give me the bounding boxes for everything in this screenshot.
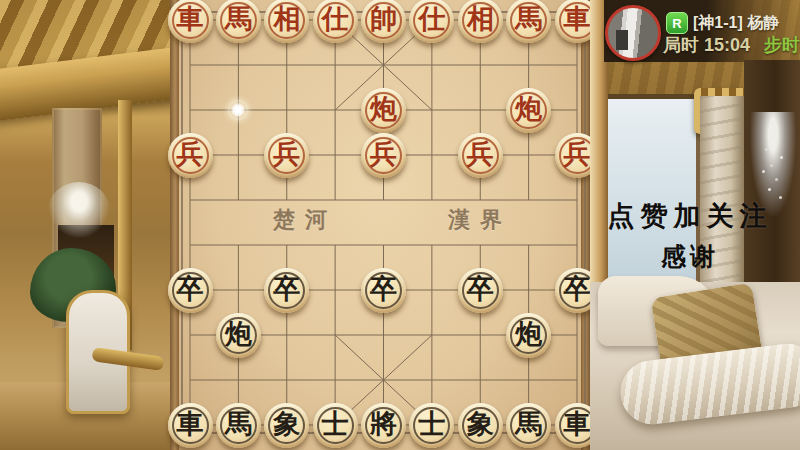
xiangqi-piece-red[interactable]: 相 <box>458 0 503 43</box>
piece-character: 卒 <box>370 276 397 303</box>
chandelier-crystals <box>770 126 773 129</box>
xiangqi-piece-red[interactable]: 兵 <box>361 133 406 178</box>
xiangqi-piece-black[interactable]: 卒 <box>264 268 309 313</box>
chandelier-left <box>48 182 110 238</box>
piece-character: 兵 <box>370 141 397 168</box>
clock-row: 局时 15:04 步时 <box>663 33 800 57</box>
piece-character: 炮 <box>370 96 397 123</box>
piece-character: 車 <box>177 411 204 438</box>
caption-line1: 点赞加关注 <box>592 198 788 234</box>
xiangqi-board[interactable]: 楚河 漢界 車馬相仕帥仕相馬車炮炮兵兵兵兵兵卒卒卒卒卒炮炮車馬象士將士象馬車 <box>170 0 590 450</box>
piece-character: 馬 <box>515 411 542 438</box>
piece-character: 卒 <box>564 276 591 303</box>
stream-caption: 点赞加关注 感谢 <box>592 198 788 273</box>
xiangqi-piece-red[interactable]: 兵 <box>458 133 503 178</box>
piece-character: 車 <box>177 6 204 33</box>
piece-character: 象 <box>273 411 300 438</box>
piece-character: 馬 <box>225 411 252 438</box>
piece-character: 帥 <box>370 6 397 33</box>
piece-layer: 車馬相仕帥仕相馬車炮炮兵兵兵兵兵卒卒卒卒卒炮炮車馬象士將士象馬車 <box>170 0 590 450</box>
player-avatar[interactable] <box>605 5 661 61</box>
piece-character: 相 <box>273 6 300 33</box>
xiangqi-piece-black[interactable]: 卒 <box>361 268 406 313</box>
piece-character: 相 <box>467 6 494 33</box>
xiangqi-piece-red[interactable]: 帥 <box>361 0 406 43</box>
xiangqi-piece-black[interactable]: 炮 <box>506 313 551 358</box>
xiangqi-piece-red[interactable]: 兵 <box>264 133 309 178</box>
xiangqi-piece-black[interactable]: 馬 <box>216 403 261 448</box>
xiangqi-piece-black[interactable]: 炮 <box>216 313 261 358</box>
move-time: 步时 <box>764 33 800 57</box>
xiangqi-piece-red[interactable]: 相 <box>264 0 309 43</box>
piece-character: 炮 <box>515 321 542 348</box>
xiangqi-piece-red[interactable]: 車 <box>168 0 213 43</box>
piece-character: 士 <box>322 411 349 438</box>
xiangqi-piece-black[interactable]: 將 <box>361 403 406 448</box>
xiangqi-piece-red[interactable]: 兵 <box>168 133 213 178</box>
xiangqi-piece-black[interactable]: 象 <box>264 403 309 448</box>
xiangqi-piece-red[interactable]: 馬 <box>216 0 261 43</box>
piece-character: 兵 <box>273 141 300 168</box>
xiangqi-piece-black[interactable]: 士 <box>409 403 454 448</box>
piece-character: 象 <box>467 411 494 438</box>
xiangqi-piece-red[interactable]: 仕 <box>409 0 454 43</box>
piece-character: 兵 <box>467 141 494 168</box>
xiangqi-piece-black[interactable]: 馬 <box>506 403 551 448</box>
piece-character: 炮 <box>225 321 252 348</box>
xiangqi-piece-red[interactable]: 炮 <box>361 88 406 133</box>
piece-character: 卒 <box>273 276 300 303</box>
piece-character: 兵 <box>177 141 204 168</box>
piece-character: 卒 <box>467 276 494 303</box>
xiangqi-piece-black[interactable]: 卒 <box>168 268 213 313</box>
piece-character: 士 <box>418 411 445 438</box>
piece-character: 將 <box>370 411 397 438</box>
piece-character: 兵 <box>564 141 591 168</box>
xiangqi-piece-red[interactable]: 炮 <box>506 88 551 133</box>
xiangqi-piece-black[interactable]: 象 <box>458 403 503 448</box>
background-left-room <box>0 0 170 450</box>
piece-character: 炮 <box>515 96 542 123</box>
caption-line2: 感谢 <box>592 240 788 273</box>
piece-character: 車 <box>564 411 591 438</box>
piece-character: 馬 <box>515 6 542 33</box>
player-name-row: R [神1-1] 杨静 <box>666 12 779 34</box>
game-time: 局时 15:04 <box>663 33 750 57</box>
rank-badge: R <box>666 12 688 34</box>
xiangqi-piece-red[interactable]: 仕 <box>313 0 358 43</box>
piece-character: 馬 <box>225 6 252 33</box>
screenshot-stage: 楚河 漢界 車馬相仕帥仕相馬車炮炮兵兵兵兵兵卒卒卒卒卒炮炮車馬象士將士象馬車 R… <box>0 0 800 450</box>
piece-character: 卒 <box>177 276 204 303</box>
xiangqi-piece-black[interactable]: 士 <box>313 403 358 448</box>
xiangqi-piece-black[interactable]: 車 <box>168 403 213 448</box>
player-name: [神1-1] 杨静 <box>693 13 779 34</box>
piece-character: 車 <box>564 6 591 33</box>
piece-character: 仕 <box>418 6 445 33</box>
xiangqi-piece-red[interactable]: 馬 <box>506 0 551 43</box>
xiangqi-piece-black[interactable]: 卒 <box>458 268 503 313</box>
piece-character: 仕 <box>322 6 349 33</box>
